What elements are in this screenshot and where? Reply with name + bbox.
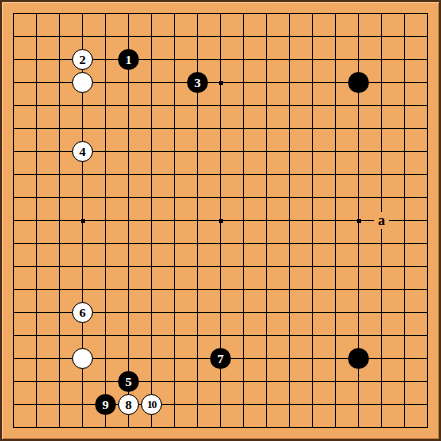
go-board: 12345678910a xyxy=(2,2,439,439)
stone-black-3: 3 xyxy=(187,72,208,93)
go-board-frame: 12345678910a xyxy=(0,0,441,441)
board-label-a: a xyxy=(374,212,389,229)
star-point xyxy=(81,219,85,223)
stone-white-2: 2 xyxy=(72,49,93,70)
stone-white-6: 6 xyxy=(72,302,93,323)
stone-black-1: 1 xyxy=(118,49,139,70)
stone-black-7: 7 xyxy=(210,348,231,369)
stone-black-5: 5 xyxy=(118,371,139,392)
stone-white-10: 10 xyxy=(141,394,162,415)
stone-white xyxy=(72,72,93,93)
stone-white xyxy=(72,348,93,369)
stone-black xyxy=(348,348,369,369)
star-point xyxy=(219,219,223,223)
stone-white-4: 4 xyxy=(72,141,93,162)
star-point xyxy=(357,219,361,223)
stone-black xyxy=(348,72,369,93)
stone-black-9: 9 xyxy=(95,394,116,415)
stone-white-8: 8 xyxy=(118,394,139,415)
star-point xyxy=(219,81,223,85)
